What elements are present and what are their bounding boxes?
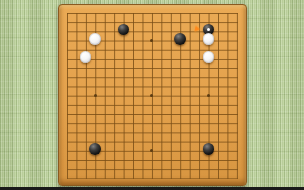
bottom-bar	[0, 187, 304, 190]
app-screen	[0, 0, 304, 190]
board-grid	[67, 13, 238, 180]
go-board[interactable]	[58, 4, 248, 186]
